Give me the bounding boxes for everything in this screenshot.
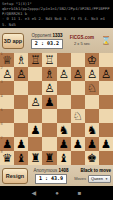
rank-label: 5 [1,109,3,113]
white-pawn: ♙ [16,69,26,81]
square-d1[interactable]: ♖ [42,53,56,67]
square-e4[interactable] [57,95,71,109]
black-knight: ♞ [87,125,97,137]
square-e1[interactable] [57,53,71,67]
black-pawn: ♟ [16,139,26,151]
white-rook: ♖ [44,55,54,67]
square-h2[interactable]: ♙ [99,67,113,81]
rank-label: 3 [1,81,3,85]
square-b7[interactable]: ♟ [14,137,28,151]
square-d5[interactable] [42,109,56,123]
white-knight: ♘ [87,83,97,95]
square-f1[interactable] [71,53,85,67]
square-f2[interactable]: ♙ [71,67,85,81]
rank-label: 4 [1,95,3,99]
black-pawn: ♟ [58,139,68,151]
square-f4[interactable] [71,95,85,109]
rank-label: 1 [1,53,3,57]
square-f6[interactable] [71,123,85,137]
square-a4[interactable]: 4 [0,95,14,109]
player-block: Anonymous 1408 1 : 43.9 [34,168,69,184]
pgn-debug-text: Setup *1(3)1* qbrrb1k1/pp2pppp/2p1n1n1/5… [0,0,113,28]
square-b6[interactable] [14,123,28,137]
square-h3[interactable] [99,81,113,95]
square-d4[interactable]: ♟ [42,95,56,109]
black-queen: ♛ [2,153,12,165]
black-knight: ♞ [58,125,68,137]
back-icon[interactable]: ◀ [32,190,37,196]
square-f3[interactable] [71,81,85,95]
rank-label: 8 [1,151,3,155]
turn-block: Black to move Moves Queen ▼ [74,168,111,183]
square-e7[interactable]: ♟ [57,137,71,151]
square-d8[interactable]: ♜ [42,151,56,165]
server-block: FICGS.com 2 x 5 sec [70,35,94,47]
top-bar: 3D app Opponent 1333 2 : 03.2 FICGS.com … [0,28,113,54]
square-a6[interactable]: 6 [0,123,14,137]
white-bishop: ♗ [16,55,26,67]
square-c3[interactable] [28,81,42,95]
android-nav-bar: ◀ ● ■ [0,186,113,200]
square-h6[interactable] [99,123,113,137]
square-f8[interactable] [71,151,85,165]
player-label: Anonymous [34,168,58,173]
white-pawn: ♙ [101,69,111,81]
square-d2[interactable]: ♗ [42,67,56,81]
black-king: ♚ [87,153,97,165]
square-d6[interactable] [42,123,56,137]
white-pawn: ♙ [44,83,54,95]
white-pawn: ♙ [73,69,83,81]
square-g8[interactable]: ♚ [85,151,99,165]
square-h8[interactable] [99,151,113,165]
app-screen: Setup *1(3)1* qbrrb1k1/pp2pppp/2p1n1n1/5… [0,0,113,200]
square-b3[interactable] [14,81,28,95]
square-g4[interactable] [85,95,99,109]
dropdown-arrow-icon: ▼ [105,177,108,181]
time-control-label: 2 x 5 sec [74,41,90,46]
square-f7[interactable]: ♟ [71,137,85,151]
moves-label: Moves [74,176,86,181]
square-c7[interactable] [28,137,42,151]
square-a5[interactable]: 5 [0,109,14,123]
square-d3[interactable]: ♙ [42,81,56,95]
square-a8[interactable]: 8♛ [0,151,14,165]
promotion-select[interactable]: Queen ▼ [88,175,111,183]
opponent-clock: 2 : 03.2 [31,39,63,49]
square-g3[interactable]: ♘ [85,81,99,95]
square-g5[interactable] [85,109,99,123]
black-rook: ♜ [30,153,40,165]
promotion-value: Queen [91,176,103,181]
white-pawn: ♙ [87,69,97,81]
square-c4[interactable]: ♙ [28,95,42,109]
server-link[interactable]: FICGS.com [70,35,94,40]
home-icon[interactable]: ● [55,190,59,196]
square-c2[interactable] [28,67,42,81]
white-pawn: ♙ [58,69,68,81]
square-e6[interactable]: ♞ [57,123,71,137]
square-d7[interactable] [42,137,56,151]
rank-label: 6 [1,123,3,127]
square-h7[interactable]: ♟ [99,137,113,151]
white-pawn: ♙ [30,97,40,109]
square-c5[interactable] [28,109,42,123]
square-f5[interactable]: ♘ [71,109,85,123]
square-e2[interactable]: ♙ [57,67,71,81]
black-pawn: ♟ [2,139,12,151]
square-a1[interactable]: 1♕ [0,53,14,67]
square-b1[interactable]: ♗ [14,53,28,67]
square-b2[interactable]: ♙ [14,67,28,81]
opponent-block: Opponent 1333 2 : 03.2 [31,33,63,49]
turn-indicator: Black to move [80,168,111,173]
player-rating: 1408 [59,168,69,173]
black-bishop: ♝ [16,153,26,165]
recents-icon[interactable]: ■ [78,190,82,196]
square-h5[interactable] [99,109,113,123]
opponent-label: Opponent [31,33,51,38]
chess-board[interactable]: 1♕♗♖♖♔2♙♙♗♙♙♙♙3♙♘4♙♟5♘6♟♞♞7♟♟♟♟♟♟8♛♝♜♜♝♚ [0,53,113,165]
hourglass-icon: ⌛ [101,37,111,45]
player-clock: 1 : 43.9 [35,174,67,184]
square-e5[interactable] [57,109,71,123]
white-rook: ♖ [30,55,40,67]
black-pawn: ♟ [101,139,111,151]
square-c1[interactable]: ♖ [28,53,42,67]
white-king: ♔ [87,55,97,67]
black-rook: ♜ [44,153,54,165]
bottom-bar: Resign Anonymous 1408 1 : 43.9 Black to … [0,165,113,186]
rank-label: 7 [1,137,3,141]
square-b4[interactable] [14,95,28,109]
black-bishop: ♝ [58,153,68,165]
square-g2[interactable]: ♙ [85,67,99,81]
square-h1[interactable] [99,53,113,67]
opponent-rating: 1333 [52,33,62,38]
rank-label: 2 [1,67,3,71]
white-knight: ♘ [73,111,83,123]
square-e8[interactable]: ♝ [57,151,71,165]
square-g7[interactable]: ♟ [85,137,99,151]
white-pawn: ♙ [2,69,12,81]
black-pawn: ♟ [73,139,83,151]
square-b5[interactable] [14,109,28,123]
white-bishop: ♗ [44,69,54,81]
white-queen: ♕ [2,55,12,67]
square-b8[interactable]: ♝ [14,151,28,165]
square-e3[interactable] [57,81,71,95]
black-pawn: ♟ [44,97,54,109]
square-h4[interactable] [99,95,113,109]
square-a7[interactable]: 7♟ [0,137,14,151]
3d-app-button[interactable]: 3D app [2,33,24,49]
square-g1[interactable]: ♔ [85,53,99,67]
square-c6[interactable]: ♟ [28,123,42,137]
square-g6[interactable]: ♞ [85,123,99,137]
square-a3[interactable]: 3 [0,81,14,95]
black-pawn: ♟ [87,139,97,151]
square-a2[interactable]: 2♙ [0,67,14,81]
square-c8[interactable]: ♜ [28,151,42,165]
black-pawn: ♟ [30,125,40,137]
resign-button[interactable]: Resign [2,168,28,184]
